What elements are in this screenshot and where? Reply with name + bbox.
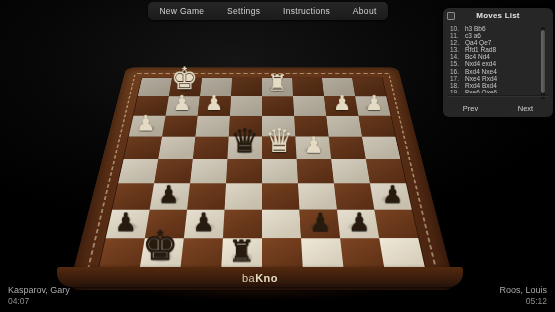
player-info-bottom-right: Roos, Louis 05:12 <box>499 285 547 306</box>
move-number: 16. <box>450 68 465 75</box>
moves-list: 10.h3 Bb611.c3 a612.Qa4 Qe713.Rfd1 Rad81… <box>450 25 537 93</box>
move-row[interactable]: 11.c3 a6 <box>450 32 537 39</box>
player-info-bottom-left: Kasparov, Gary 04:07 <box>8 285 70 306</box>
move-number: 12. <box>450 39 465 46</box>
player-clock: 04:07 <box>8 296 70 306</box>
move-number: 17. <box>450 75 465 82</box>
bakno-logo: baKno <box>57 272 463 284</box>
next-move-button[interactable]: Next <box>518 104 533 113</box>
move-text: Bxe6 Qxe6 <box>465 89 537 93</box>
prev-move-button[interactable]: Prev <box>463 104 478 113</box>
move-text: Nxe4 Rxd4 <box>465 75 537 82</box>
menu-item-about[interactable]: About <box>353 6 377 16</box>
player-name: Roos, Louis <box>499 285 547 295</box>
board-plane: ♚♜♟♟♟♟♟♛♛♟♟♟♟♟♟♟♚♜ <box>68 67 456 290</box>
move-text: Bc4 Nd4 <box>465 53 537 60</box>
move-text: Rfd1 Rad8 <box>465 46 537 53</box>
move-text: Qa4 Qe7 <box>465 39 537 46</box>
move-text: c3 a6 <box>465 32 537 39</box>
board-frame <box>68 67 456 290</box>
panel-collapse-icon[interactable] <box>447 12 455 20</box>
move-row[interactable]: 19.Bxe6 Qxe6 <box>450 89 537 93</box>
move-text: Rxd4 Bxd4 <box>465 82 537 89</box>
menu-bar: New Game Settings Instructions About <box>148 2 388 20</box>
move-row[interactable]: 18.Rxd4 Bxd4 <box>450 82 537 89</box>
menu-item-settings[interactable]: Settings <box>227 6 260 16</box>
move-row[interactable]: 17.Nxe4 Rxd4 <box>450 75 537 82</box>
move-number: 13. <box>450 46 465 53</box>
move-row[interactable]: 14.Bc4 Nd4 <box>450 53 537 60</box>
move-number: 15. <box>450 60 465 67</box>
move-row[interactable]: 15.Nxd4 exd4 <box>450 60 537 67</box>
moves-scrollbar-thumb[interactable] <box>541 30 545 93</box>
move-number: 11. <box>450 32 465 39</box>
move-text: h3 Bb6 <box>465 25 537 32</box>
menu-item-instructions[interactable]: Instructions <box>283 6 330 16</box>
moves-panel-title: Moves List <box>443 11 553 20</box>
moves-scrollbar[interactable] <box>541 27 545 99</box>
move-row[interactable]: 12.Qa4 Qe7 <box>450 39 537 46</box>
move-number: 14. <box>450 53 465 60</box>
move-row[interactable]: 16.Bxd4 Nxe4 <box>450 68 537 75</box>
moves-panel: Moves List 10.h3 Bb611.c3 a612.Qa4 Qe713… <box>443 8 553 117</box>
move-row[interactable]: 13.Rfd1 Rad8 <box>450 46 537 53</box>
move-row[interactable]: 10.h3 Bb6 <box>450 25 537 32</box>
player-name: Kasparov, Gary <box>8 285 70 295</box>
player-clock: 05:12 <box>499 296 547 306</box>
move-number: 18. <box>450 82 465 89</box>
board-front-rim: baKno <box>57 267 463 287</box>
board-scene: ♚♜♟♟♟♟♟♛♛♟♟♟♟♟♟♟♚♜ <box>68 0 456 290</box>
panel-separator <box>447 95 549 97</box>
move-text: Bxd4 Nxe4 <box>465 68 537 75</box>
move-number: 19. <box>450 89 465 93</box>
menu-item-new-game[interactable]: New Game <box>159 6 204 16</box>
move-text: Nxd4 exd4 <box>465 60 537 67</box>
move-number: 10. <box>450 25 465 32</box>
